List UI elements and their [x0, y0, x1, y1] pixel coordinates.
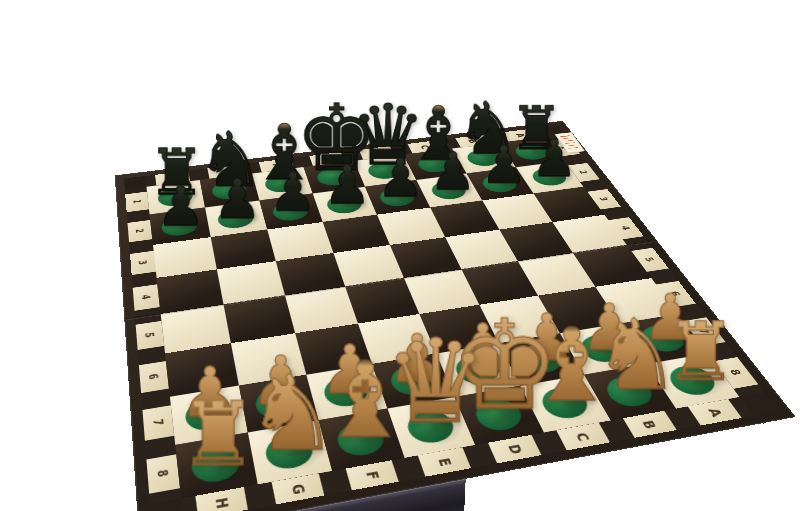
piece-black-p-b2: ♟: [481, 139, 527, 191]
file-label-text: H: [211, 496, 232, 510]
rank-label-text: 8: [154, 469, 171, 479]
rank-label: 5: [136, 321, 165, 350]
rank-label: 4: [133, 284, 160, 310]
rank-label: 6: [139, 361, 169, 392]
rank-label-cell-6-left: 6: [138, 353, 170, 401]
rank-label-text: 5: [642, 257, 657, 263]
piece-white-r-h8: ♜: [178, 391, 257, 479]
rank-label-text: 2: [577, 170, 590, 175]
piece-black-p-g2: ♟: [213, 172, 262, 226]
rank-label-cell-2-left: 2: [127, 215, 153, 248]
file-label-text: D: [504, 443, 526, 455]
rank-label-cell-3-left: 3: [130, 245, 157, 281]
rank-label: 3: [587, 189, 620, 209]
rank-label: 3: [130, 251, 156, 275]
rank-label-text: 4: [139, 294, 153, 301]
piece-black-p-d2: ♟: [377, 152, 424, 205]
rank-label-text: 6: [146, 373, 161, 381]
file-label-text: B: [639, 419, 660, 430]
file-label-text: G: [287, 482, 308, 495]
rank-label: 2: [128, 220, 153, 242]
rank-label-text: 3: [597, 197, 611, 202]
rank-label: 8: [146, 455, 180, 494]
rank-label-text: 1: [131, 199, 143, 204]
rank-label-text: 7: [150, 418, 166, 427]
file-label-text: C: [572, 431, 593, 442]
scene-3d: HGFEDCBA1♜♞♝♚♛♝♞♜12♟♟♟♟♟♟♟♟2334455667♟♟♟…: [0, 0, 800, 511]
rank-label: 1: [125, 192, 149, 212]
piece-black-p-a2: ♟: [531, 133, 577, 184]
clasp-ring: [530, 494, 542, 505]
piece-black-p-h2: ♟: [156, 179, 205, 234]
file-label-cell-e-near: E: [405, 445, 484, 479]
piece-white-n-g8: ♞: [246, 361, 339, 465]
square-e2: ♟: [313, 187, 377, 222]
file-label-text: F: [362, 469, 383, 480]
piece-black-p-c2: ♟: [430, 145, 477, 197]
rank-label-cell-5-right: 5: [627, 242, 674, 278]
rank-label: 7: [142, 406, 174, 441]
rank-label-cell-1-left: 1: [125, 187, 150, 218]
chess-board-box: HGFEDCBA1♜♞♝♚♛♝♞♜12♟♟♟♟♟♟♟♟2334455667♟♟♟…: [115, 121, 796, 511]
square-h2: ♟: [150, 207, 211, 245]
rank-label-cell-4-left: 4: [132, 278, 160, 318]
piece-black-p-e2: ♟: [324, 158, 372, 211]
brass-clasp-near: [498, 486, 548, 511]
file-label-text: E: [434, 456, 455, 467]
rank-label-text: 2: [133, 228, 146, 234]
file-label-text: A: [704, 407, 726, 418]
rank-label-text: 4: [619, 225, 633, 230]
piece-black-p-f2: ♟: [269, 165, 317, 219]
rank-label-text: 5: [142, 332, 157, 339]
square-h3: [153, 237, 217, 278]
product-photo-stage: HGFEDCBA1♜♞♝♚♛♝♞♜12♟♟♟♟♟♟♟♟2334455667♟♟♟…: [0, 0, 800, 511]
rank-label-text: 3: [136, 260, 149, 266]
